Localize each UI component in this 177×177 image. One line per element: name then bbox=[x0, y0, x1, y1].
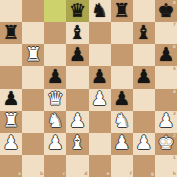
square-d1[interactable]: d bbox=[66, 155, 88, 177]
square-g6[interactable] bbox=[133, 44, 155, 66]
square-a8[interactable] bbox=[0, 0, 22, 22]
square-e2[interactable] bbox=[89, 133, 111, 155]
square-h1[interactable]: h1 bbox=[155, 155, 177, 177]
square-g1[interactable]: g bbox=[133, 155, 155, 177]
black-pawn[interactable]: ♟ bbox=[113, 89, 130, 108]
file-label-b: b bbox=[40, 172, 43, 177]
white-pawn[interactable]: ♟ bbox=[3, 133, 20, 152]
square-c6[interactable] bbox=[44, 44, 66, 66]
square-b8[interactable] bbox=[22, 0, 44, 22]
square-d3[interactable]: ♟ bbox=[66, 111, 88, 133]
file-label-h: h bbox=[173, 172, 176, 177]
square-f5[interactable] bbox=[111, 66, 133, 88]
white-bishop[interactable]: ♝ bbox=[69, 133, 86, 152]
black-knight[interactable]: ♞ bbox=[91, 1, 108, 20]
black-pawn[interactable]: ♟ bbox=[3, 89, 20, 108]
square-b1[interactable]: b bbox=[22, 155, 44, 177]
square-d5[interactable] bbox=[66, 66, 88, 88]
square-g4[interactable] bbox=[133, 89, 155, 111]
square-f6[interactable] bbox=[111, 44, 133, 66]
square-c2[interactable]: ♟ bbox=[44, 133, 66, 155]
square-f2[interactable]: ♟ bbox=[111, 133, 133, 155]
black-pawn[interactable]: ♟ bbox=[157, 45, 174, 64]
square-b5[interactable] bbox=[22, 66, 44, 88]
square-b3[interactable] bbox=[22, 111, 44, 133]
white-pawn[interactable]: ♟ bbox=[91, 89, 108, 108]
square-g7[interactable]: ♝ bbox=[133, 22, 155, 44]
square-g2[interactable]: ♟ bbox=[133, 133, 155, 155]
square-h8[interactable]: ♚8 bbox=[155, 0, 177, 22]
black-pawn[interactable]: ♟ bbox=[47, 67, 64, 86]
file-label-e: e bbox=[107, 172, 110, 177]
square-h7[interactable]: 7 bbox=[155, 22, 177, 44]
white-knight[interactable]: ♞ bbox=[47, 111, 64, 130]
black-bishop[interactable]: ♝ bbox=[135, 23, 152, 42]
file-label-f: f bbox=[130, 172, 132, 177]
square-e4[interactable]: ♟ bbox=[89, 89, 111, 111]
square-h2[interactable]: ♚2 bbox=[155, 133, 177, 155]
square-b7[interactable] bbox=[22, 22, 44, 44]
white-pawn[interactable]: ♟ bbox=[47, 133, 64, 152]
white-queen[interactable]: ♛ bbox=[47, 89, 64, 108]
black-pawn[interactable]: ♟ bbox=[91, 67, 108, 86]
file-label-c: c bbox=[63, 172, 66, 177]
square-a2[interactable]: ♟ bbox=[0, 133, 22, 155]
chess-board: ♛♞♜♚8♜♝♝7♜♟♟6♟♟♟5♟♛♟♟4♜♞♟♞♟3♟♟♝♟♟♚2abcde… bbox=[0, 0, 177, 177]
square-b4[interactable] bbox=[22, 89, 44, 111]
square-g3[interactable] bbox=[133, 111, 155, 133]
square-g8[interactable] bbox=[133, 0, 155, 22]
square-d4[interactable] bbox=[66, 89, 88, 111]
black-rook[interactable]: ♜ bbox=[113, 1, 130, 20]
square-d8[interactable]: ♛ bbox=[66, 0, 88, 22]
square-f1[interactable]: f bbox=[111, 155, 133, 177]
square-c1[interactable]: c bbox=[44, 155, 66, 177]
square-e7[interactable] bbox=[89, 22, 111, 44]
white-rook[interactable]: ♜ bbox=[3, 111, 20, 130]
square-c5[interactable]: ♟ bbox=[44, 66, 66, 88]
square-h4[interactable]: 4 bbox=[155, 89, 177, 111]
white-pawn[interactable]: ♟ bbox=[113, 133, 130, 152]
square-b2[interactable] bbox=[22, 133, 44, 155]
square-a1[interactable]: a bbox=[0, 155, 22, 177]
square-e8[interactable]: ♞ bbox=[89, 0, 111, 22]
black-king[interactable]: ♚ bbox=[157, 1, 174, 20]
rank-label-1: 1 bbox=[173, 156, 176, 161]
white-rook[interactable]: ♜ bbox=[25, 45, 42, 64]
square-h3[interactable]: ♟3 bbox=[155, 111, 177, 133]
square-f4[interactable]: ♟ bbox=[111, 89, 133, 111]
square-f8[interactable]: ♜ bbox=[111, 0, 133, 22]
square-e6[interactable] bbox=[89, 44, 111, 66]
square-a7[interactable]: ♜ bbox=[0, 22, 22, 44]
square-f7[interactable] bbox=[111, 22, 133, 44]
square-d2[interactable]: ♝ bbox=[66, 133, 88, 155]
square-e1[interactable]: e bbox=[89, 155, 111, 177]
square-c4[interactable]: ♛ bbox=[44, 89, 66, 111]
square-c3[interactable]: ♞ bbox=[44, 111, 66, 133]
square-a4[interactable]: ♟ bbox=[0, 89, 22, 111]
square-b6[interactable]: ♜ bbox=[22, 44, 44, 66]
white-pawn[interactable]: ♟ bbox=[135, 133, 152, 152]
square-c7[interactable] bbox=[44, 22, 66, 44]
rank-label-7: 7 bbox=[173, 23, 176, 28]
square-a6[interactable] bbox=[0, 44, 22, 66]
white-knight[interactable]: ♞ bbox=[113, 111, 130, 130]
black-rook[interactable]: ♜ bbox=[3, 23, 20, 42]
black-bishop[interactable]: ♝ bbox=[69, 23, 86, 42]
square-e3[interactable] bbox=[89, 111, 111, 133]
file-label-g: g bbox=[151, 172, 154, 177]
square-h5[interactable]: 5 bbox=[155, 66, 177, 88]
rank-label-5: 5 bbox=[173, 67, 176, 72]
file-label-d: d bbox=[84, 172, 87, 177]
square-g5[interactable]: ♟ bbox=[133, 66, 155, 88]
square-c8[interactable] bbox=[44, 0, 66, 22]
square-h6[interactable]: ♟6 bbox=[155, 44, 177, 66]
file-label-a: a bbox=[18, 172, 21, 177]
white-pawn[interactable]: ♟ bbox=[69, 111, 86, 130]
rank-label-4: 4 bbox=[173, 90, 176, 95]
square-a3[interactable]: ♜ bbox=[0, 111, 22, 133]
white-pawn[interactable]: ♟ bbox=[157, 111, 174, 130]
black-pawn[interactable]: ♟ bbox=[135, 67, 152, 86]
square-f3[interactable]: ♞ bbox=[111, 111, 133, 133]
square-d7[interactable]: ♝ bbox=[66, 22, 88, 44]
black-queen[interactable]: ♛ bbox=[69, 1, 86, 20]
square-e5[interactable]: ♟ bbox=[89, 66, 111, 88]
white-king[interactable]: ♚ bbox=[157, 133, 174, 152]
black-pawn[interactable]: ♟ bbox=[69, 45, 86, 64]
square-d6[interactable]: ♟ bbox=[66, 44, 88, 66]
square-a5[interactable] bbox=[0, 66, 22, 88]
